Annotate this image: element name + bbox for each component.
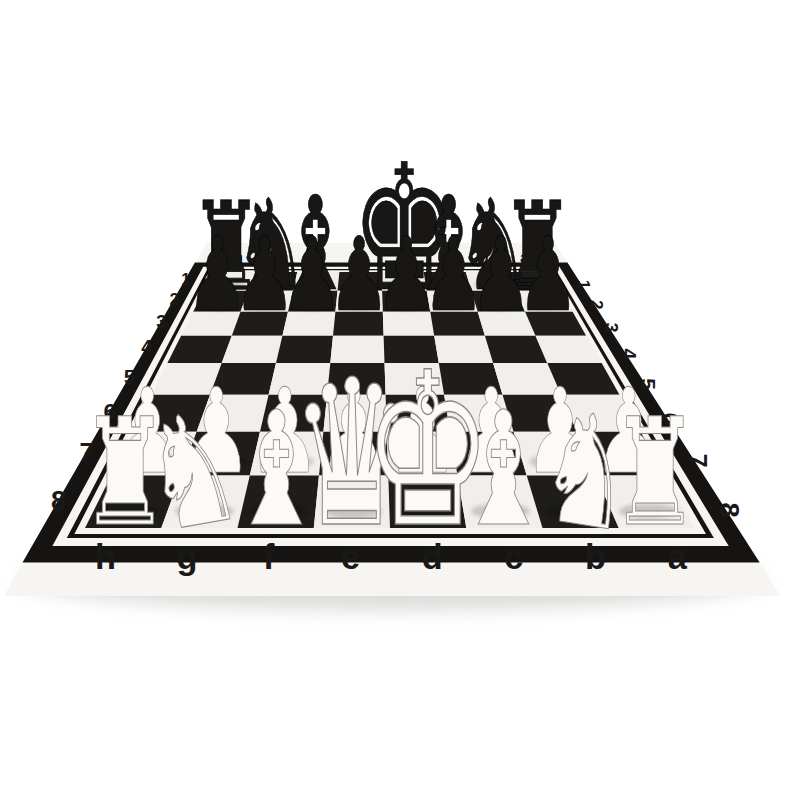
rank-label-4-right: 4: [618, 348, 640, 359]
rank-label-2-left: 2: [170, 289, 180, 309]
rank-label-8-left: 8: [51, 485, 66, 516]
piece-white-rook-a8: ♜: [610, 386, 700, 559]
photo-frame: hgfedcba 12345678 12345678 hgfedcba ♜♞♝♚…: [0, 0, 800, 800]
piece-black-pawn-a2: ♟: [517, 216, 579, 335]
chessboard-photo: hgfedcba 12345678 12345678 hgfedcba ♜♞♝♚…: [0, 0, 800, 800]
rank-label-3-left: 3: [156, 311, 166, 332]
rank-label-3-right: 3: [601, 323, 622, 333]
rank-label-4-left: 4: [141, 336, 152, 358]
rank-label-8-right: 8: [714, 502, 745, 517]
rank-label-2-right: 2: [587, 300, 607, 310]
square-g4: [222, 336, 283, 363]
